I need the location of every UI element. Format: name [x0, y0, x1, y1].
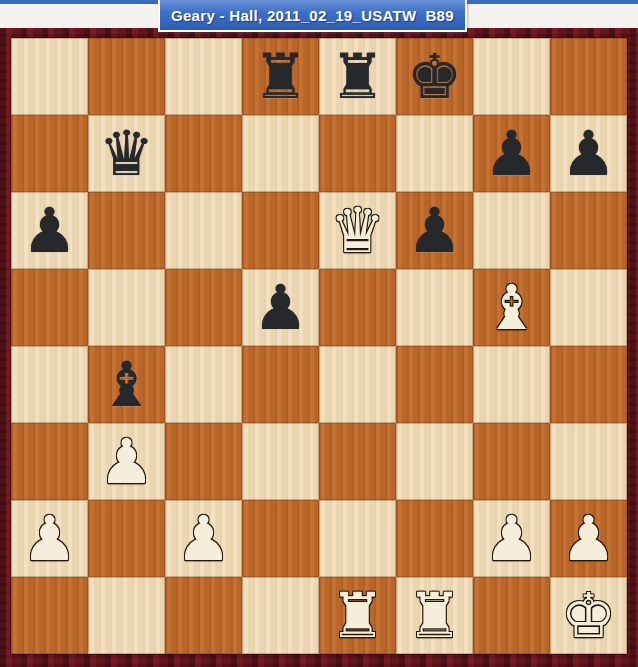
square-g7[interactable]: ♟ [473, 115, 550, 192]
square-d7[interactable] [242, 115, 319, 192]
square-f5[interactable] [396, 269, 473, 346]
square-b8[interactable] [88, 38, 165, 115]
square-a3[interactable] [11, 423, 88, 500]
chess-app-window: Geary - Hall, 2011_02_19_USATW B89 ♜♜♚♛♟… [0, 0, 638, 667]
white-king-piece[interactable]: ♚ [561, 577, 617, 654]
black-rook-piece[interactable]: ♜ [253, 38, 309, 115]
white-pawn-piece[interactable]: ♟ [99, 423, 155, 500]
black-rook-piece[interactable]: ♜ [330, 38, 386, 115]
square-e8[interactable]: ♜ [319, 38, 396, 115]
square-a7[interactable] [11, 115, 88, 192]
square-h2[interactable]: ♟ [550, 500, 627, 577]
square-a1[interactable] [11, 577, 88, 654]
square-f8[interactable]: ♚ [396, 38, 473, 115]
square-h4[interactable] [550, 346, 627, 423]
square-d5[interactable]: ♟ [242, 269, 319, 346]
square-h8[interactable] [550, 38, 627, 115]
black-pawn-piece[interactable]: ♟ [561, 115, 617, 192]
black-bishop-piece[interactable]: ♝ [99, 346, 155, 423]
square-f2[interactable] [396, 500, 473, 577]
square-e6[interactable]: ♛ [319, 192, 396, 269]
square-f3[interactable] [396, 423, 473, 500]
square-c8[interactable] [165, 38, 242, 115]
square-f1[interactable]: ♜ [396, 577, 473, 654]
square-f6[interactable]: ♟ [396, 192, 473, 269]
square-c3[interactable] [165, 423, 242, 500]
square-g3[interactable] [473, 423, 550, 500]
square-e4[interactable] [319, 346, 396, 423]
square-d6[interactable] [242, 192, 319, 269]
square-g6[interactable] [473, 192, 550, 269]
black-pawn-piece[interactable]: ♟ [253, 269, 309, 346]
square-e1[interactable]: ♜ [319, 577, 396, 654]
board-frame: ♜♜♚♛♟♟♟♛♟♟♝♝♟♟♟♟♟♜♜♚ [0, 28, 638, 667]
square-a4[interactable] [11, 346, 88, 423]
white-rook-piece[interactable]: ♜ [407, 577, 463, 654]
white-queen-piece[interactable]: ♛ [330, 192, 386, 269]
square-h6[interactable] [550, 192, 627, 269]
square-c2[interactable]: ♟ [165, 500, 242, 577]
square-b4[interactable]: ♝ [88, 346, 165, 423]
square-e3[interactable] [319, 423, 396, 500]
square-b5[interactable] [88, 269, 165, 346]
square-d4[interactable] [242, 346, 319, 423]
square-h7[interactable]: ♟ [550, 115, 627, 192]
square-e5[interactable] [319, 269, 396, 346]
square-c6[interactable] [165, 192, 242, 269]
square-d3[interactable] [242, 423, 319, 500]
square-f7[interactable] [396, 115, 473, 192]
black-king-piece[interactable]: ♚ [407, 38, 463, 115]
square-g1[interactable] [473, 577, 550, 654]
square-a2[interactable]: ♟ [11, 500, 88, 577]
square-c1[interactable] [165, 577, 242, 654]
square-d1[interactable] [242, 577, 319, 654]
square-g5[interactable]: ♝ [473, 269, 550, 346]
square-h1[interactable]: ♚ [550, 577, 627, 654]
game-title: Geary - Hall, 2011_02_19_USATW B89 [171, 7, 454, 24]
white-bishop-piece[interactable]: ♝ [484, 269, 540, 346]
square-g8[interactable] [473, 38, 550, 115]
black-queen-piece[interactable]: ♛ [99, 115, 155, 192]
white-pawn-piece[interactable]: ♟ [561, 500, 617, 577]
square-c7[interactable] [165, 115, 242, 192]
square-b1[interactable] [88, 577, 165, 654]
black-pawn-piece[interactable]: ♟ [22, 192, 78, 269]
square-c4[interactable] [165, 346, 242, 423]
white-rook-piece[interactable]: ♜ [330, 577, 386, 654]
square-f4[interactable] [396, 346, 473, 423]
square-b2[interactable] [88, 500, 165, 577]
square-b3[interactable]: ♟ [88, 423, 165, 500]
square-d8[interactable]: ♜ [242, 38, 319, 115]
chess-board: ♜♜♚♛♟♟♟♛♟♟♝♝♟♟♟♟♟♜♜♚ [11, 38, 627, 654]
square-d2[interactable] [242, 500, 319, 577]
square-h5[interactable] [550, 269, 627, 346]
header-band: Geary - Hall, 2011_02_19_USATW B89 [0, 4, 638, 28]
black-pawn-piece[interactable]: ♟ [484, 115, 540, 192]
square-c5[interactable] [165, 269, 242, 346]
white-pawn-piece[interactable]: ♟ [22, 500, 78, 577]
white-pawn-piece[interactable]: ♟ [484, 500, 540, 577]
square-h3[interactable] [550, 423, 627, 500]
white-pawn-piece[interactable]: ♟ [176, 500, 232, 577]
square-a8[interactable] [11, 38, 88, 115]
black-pawn-piece[interactable]: ♟ [407, 192, 463, 269]
square-a5[interactable] [11, 269, 88, 346]
square-b7[interactable]: ♛ [88, 115, 165, 192]
square-g4[interactable] [473, 346, 550, 423]
square-a6[interactable]: ♟ [11, 192, 88, 269]
game-title-bar: Geary - Hall, 2011_02_19_USATW B89 [158, 0, 467, 32]
square-e7[interactable] [319, 115, 396, 192]
square-e2[interactable] [319, 500, 396, 577]
square-g2[interactable]: ♟ [473, 500, 550, 577]
square-b6[interactable] [88, 192, 165, 269]
